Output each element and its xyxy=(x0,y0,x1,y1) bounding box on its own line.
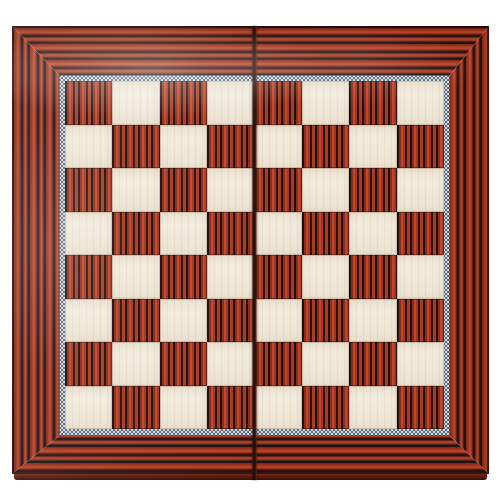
square-b6[interactable] xyxy=(112,168,159,212)
square-f2[interactable] xyxy=(302,342,349,386)
square-e8[interactable] xyxy=(255,81,302,125)
square-f3[interactable] xyxy=(302,299,349,343)
square-g5[interactable] xyxy=(349,212,396,256)
square-h1[interactable] xyxy=(397,386,444,430)
square-e5[interactable] xyxy=(255,212,302,256)
square-h3[interactable] xyxy=(397,299,444,343)
square-g4[interactable] xyxy=(349,255,396,299)
square-a5[interactable] xyxy=(65,212,112,256)
square-a6[interactable] xyxy=(65,168,112,212)
square-h2[interactable] xyxy=(397,342,444,386)
square-f7[interactable] xyxy=(302,125,349,169)
square-a2[interactable] xyxy=(65,342,112,386)
square-c5[interactable] xyxy=(160,212,207,256)
board-bottom-edge xyxy=(14,473,487,480)
square-h8[interactable] xyxy=(397,81,444,125)
square-f4[interactable] xyxy=(302,255,349,299)
square-g2[interactable] xyxy=(349,342,396,386)
square-e7[interactable] xyxy=(255,125,302,169)
square-a4[interactable] xyxy=(65,255,112,299)
square-a8[interactable] xyxy=(65,81,112,125)
board-face xyxy=(12,26,489,474)
square-c7[interactable] xyxy=(160,125,207,169)
square-e1[interactable] xyxy=(255,386,302,430)
square-g6[interactable] xyxy=(349,168,396,212)
square-c2[interactable] xyxy=(160,342,207,386)
square-d1[interactable] xyxy=(207,386,254,430)
square-h5[interactable] xyxy=(397,212,444,256)
square-e6[interactable] xyxy=(255,168,302,212)
square-d4[interactable] xyxy=(207,255,254,299)
square-d2[interactable] xyxy=(207,342,254,386)
square-a3[interactable] xyxy=(65,299,112,343)
square-g1[interactable] xyxy=(349,386,396,430)
square-a1[interactable] xyxy=(65,386,112,430)
square-b8[interactable] xyxy=(112,81,159,125)
square-f1[interactable] xyxy=(302,386,349,430)
square-f5[interactable] xyxy=(302,212,349,256)
square-d7[interactable] xyxy=(207,125,254,169)
square-a7[interactable] xyxy=(65,125,112,169)
square-d3[interactable] xyxy=(207,299,254,343)
square-b7[interactable] xyxy=(112,125,159,169)
square-b2[interactable] xyxy=(112,342,159,386)
square-f6[interactable] xyxy=(302,168,349,212)
hinge-seam xyxy=(252,26,257,480)
square-e2[interactable] xyxy=(255,342,302,386)
square-f8[interactable] xyxy=(302,81,349,125)
square-b4[interactable] xyxy=(112,255,159,299)
square-h4[interactable] xyxy=(397,255,444,299)
square-g7[interactable] xyxy=(349,125,396,169)
square-h6[interactable] xyxy=(397,168,444,212)
square-h7[interactable] xyxy=(397,125,444,169)
square-b3[interactable] xyxy=(112,299,159,343)
square-g3[interactable] xyxy=(349,299,396,343)
square-c1[interactable] xyxy=(160,386,207,430)
square-d6[interactable] xyxy=(207,168,254,212)
square-d5[interactable] xyxy=(207,212,254,256)
game-board xyxy=(12,26,489,480)
square-e4[interactable] xyxy=(255,255,302,299)
square-c8[interactable] xyxy=(160,81,207,125)
square-b5[interactable] xyxy=(112,212,159,256)
square-d8[interactable] xyxy=(207,81,254,125)
square-g8[interactable] xyxy=(349,81,396,125)
square-c6[interactable] xyxy=(160,168,207,212)
product-photo xyxy=(0,0,500,500)
square-e3[interactable] xyxy=(255,299,302,343)
square-c4[interactable] xyxy=(160,255,207,299)
square-c3[interactable] xyxy=(160,299,207,343)
square-b1[interactable] xyxy=(112,386,159,430)
